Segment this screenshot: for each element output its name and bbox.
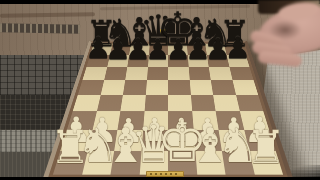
hand: [248, 2, 320, 64]
square-b4: [96, 95, 122, 112]
square-f2: [193, 130, 222, 151]
square-c7: [127, 55, 148, 67]
square-d8: [149, 44, 168, 55]
square-h7: [226, 55, 249, 67]
video-frame[interactable]: ♜♞♝♛♚♝♞♜♟♟♟♟♟♟♟♟♟♟♟♟♟♟♟♟♜♞♝♛♚♝♞♜: [0, 0, 320, 180]
square-b8: [110, 44, 131, 55]
square-h6: [229, 67, 254, 80]
square-b3: [92, 111, 120, 130]
square-e2: [168, 130, 195, 151]
square-e8: [168, 44, 187, 55]
square-b1: [82, 151, 114, 175]
square-d7: [148, 55, 168, 67]
square-c4: [120, 95, 145, 112]
square-h5: [232, 80, 258, 95]
square-c5: [123, 80, 147, 95]
square-b6: [104, 67, 127, 80]
wood-grain-streak: [100, 5, 250, 11]
square-e3: [168, 111, 193, 130]
square-b5: [100, 80, 125, 95]
square-f6: [188, 67, 210, 80]
rug-ornament-border: [0, 23, 80, 34]
square-e6: [168, 67, 189, 80]
square-h2: [244, 130, 276, 151]
square-f7: [187, 55, 208, 67]
square-d4: [144, 95, 168, 112]
square-f5: [189, 80, 213, 95]
letterbox-bottom: [0, 177, 320, 180]
square-h3: [240, 111, 270, 130]
square-d3: [143, 111, 168, 130]
square-d6: [147, 67, 168, 80]
square-c3: [117, 111, 144, 130]
square-e5: [168, 80, 191, 95]
square-d5: [145, 80, 168, 95]
square-f8: [187, 44, 207, 55]
square-e4: [168, 95, 192, 112]
square-c1: [110, 151, 141, 175]
square-e7: [168, 55, 188, 67]
square-f4: [191, 95, 216, 112]
square-h8: [224, 44, 246, 55]
square-b7: [107, 55, 129, 67]
square-d2: [141, 130, 168, 151]
brand-plaque-far: [160, 29, 168, 33]
square-h4: [236, 95, 264, 112]
square-c8: [129, 44, 149, 55]
square-c6: [125, 67, 147, 80]
square-h1: [249, 151, 283, 175]
square-c2: [114, 130, 143, 151]
square-f1: [195, 151, 226, 175]
square-f3: [192, 111, 219, 130]
square-b2: [87, 130, 117, 151]
wood-grain-streak: [0, 12, 95, 18]
